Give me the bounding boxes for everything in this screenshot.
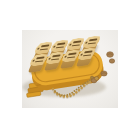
nut-counter-1[interactable] [107, 52, 114, 58]
nut-counter-2[interactable] [109, 59, 114, 63]
block-slot [36, 56, 45, 59]
block-slot [56, 42, 65, 45]
block-slot [72, 40, 81, 43]
block-slot [82, 54, 91, 57]
block-slot [87, 42, 96, 45]
block-slot [50, 58, 59, 61]
block-slot [84, 50, 93, 53]
page-root: { "game": "mancala-style slotted-block t… [0, 0, 140, 140]
block-slot [88, 38, 97, 41]
block-slot [40, 44, 49, 47]
product-photo [22, 30, 118, 108]
block-slot [52, 54, 61, 57]
block-slot [34, 60, 43, 63]
nut-counter-3[interactable] [101, 71, 107, 76]
block-slot [39, 48, 48, 51]
block-slot [55, 46, 64, 49]
block-slot [68, 52, 77, 55]
block-slot [66, 56, 75, 59]
block-slot [71, 44, 80, 47]
